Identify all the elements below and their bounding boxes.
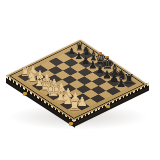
piece-layer: ♜♞♝♛♚♝♞♜♟♟♟♟♟♟♟♟♟♟♟♟♟♟♟♟♜♞♝♛♚♝♞♜ <box>0 0 160 160</box>
chess-set-photo: ♜♞♝♛♚♝♞♜♟♟♟♟♟♟♟♟♟♟♟♟♟♟♟♟♜♞♝♛♚♝♞♜ <box>0 0 160 160</box>
black-pawn: ♟ <box>116 78 126 89</box>
white-rook: ♜ <box>68 98 81 113</box>
